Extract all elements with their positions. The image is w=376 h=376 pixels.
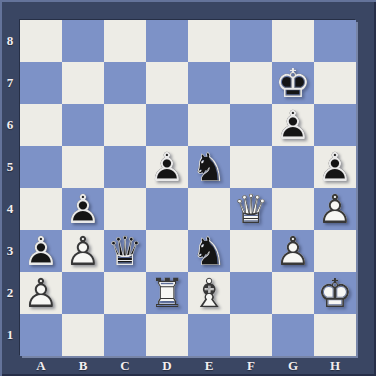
white-pawn-a2[interactable]: ♟♙	[20, 272, 62, 314]
square-g7[interactable]: ♚♔	[272, 62, 314, 104]
square-g1[interactable]	[272, 314, 314, 356]
square-a8[interactable]	[20, 20, 62, 62]
file-labels: ABCDEFGH	[20, 356, 356, 376]
square-e6[interactable]	[188, 104, 230, 146]
square-b1[interactable]	[62, 314, 104, 356]
square-f7[interactable]	[230, 62, 272, 104]
white-pawn-g3[interactable]: ♟♙	[272, 230, 314, 272]
rank-label-4: 4	[0, 188, 20, 230]
black-queen-c3[interactable]: ♛♕	[104, 230, 146, 272]
white-king-h2[interactable]: ♚♔	[314, 272, 356, 314]
square-h3[interactable]	[314, 230, 356, 272]
rank-label-3: 3	[0, 230, 20, 272]
square-b5[interactable]	[62, 146, 104, 188]
square-h4[interactable]: ♟♙	[314, 188, 356, 230]
white-bishop-e2[interactable]: ♝♗	[188, 272, 230, 314]
square-f6[interactable]	[230, 104, 272, 146]
square-c1[interactable]	[104, 314, 146, 356]
square-c4[interactable]	[104, 188, 146, 230]
square-f8[interactable]	[230, 20, 272, 62]
square-a2[interactable]: ♟♙	[20, 272, 62, 314]
square-f4[interactable]: ♛♕	[230, 188, 272, 230]
square-d2[interactable]: ♜♖	[146, 272, 188, 314]
square-a1[interactable]	[20, 314, 62, 356]
square-c6[interactable]	[104, 104, 146, 146]
white-pawn-h4[interactable]: ♟♙	[314, 188, 356, 230]
square-g3[interactable]: ♟♙	[272, 230, 314, 272]
file-label-e: E	[188, 356, 230, 376]
square-a6[interactable]	[20, 104, 62, 146]
rank-label-2: 2	[0, 272, 20, 314]
square-h6[interactable]	[314, 104, 356, 146]
square-e3[interactable]: ♞♘	[188, 230, 230, 272]
file-label-h: H	[314, 356, 356, 376]
black-king-g7[interactable]: ♚♔	[272, 62, 314, 104]
square-d3[interactable]	[146, 230, 188, 272]
square-b3[interactable]: ♟♙	[62, 230, 104, 272]
board[interactable]: ♚♔♟♙♟♙♞♘♟♙♟♙♛♕♟♙♟♙♟♙♛♕♞♘♟♙♟♙♜♖♝♗♚♔	[20, 20, 356, 356]
square-g4[interactable]	[272, 188, 314, 230]
file-label-g: G	[272, 356, 314, 376]
square-c5[interactable]	[104, 146, 146, 188]
square-b8[interactable]	[62, 20, 104, 62]
white-pawn-b3[interactable]: ♟♙	[62, 230, 104, 272]
square-e7[interactable]	[188, 62, 230, 104]
square-e2[interactable]: ♝♗	[188, 272, 230, 314]
black-pawn-a3[interactable]: ♟♙	[20, 230, 62, 272]
square-b2[interactable]	[62, 272, 104, 314]
square-f3[interactable]	[230, 230, 272, 272]
square-c7[interactable]	[104, 62, 146, 104]
square-f1[interactable]	[230, 314, 272, 356]
rank-labels: 87654321	[0, 20, 20, 356]
square-e5[interactable]: ♞♘	[188, 146, 230, 188]
square-h5[interactable]: ♟♙	[314, 146, 356, 188]
square-b4[interactable]: ♟♙	[62, 188, 104, 230]
square-g5[interactable]	[272, 146, 314, 188]
black-pawn-h5[interactable]: ♟♙	[314, 146, 356, 188]
square-c3[interactable]: ♛♕	[104, 230, 146, 272]
square-d6[interactable]	[146, 104, 188, 146]
square-d4[interactable]	[146, 188, 188, 230]
square-g8[interactable]	[272, 20, 314, 62]
file-label-a: A	[20, 356, 62, 376]
square-h7[interactable]	[314, 62, 356, 104]
square-a5[interactable]	[20, 146, 62, 188]
square-d5[interactable]: ♟♙	[146, 146, 188, 188]
white-rook-d2[interactable]: ♜♖	[146, 272, 188, 314]
square-g2[interactable]	[272, 272, 314, 314]
square-b7[interactable]	[62, 62, 104, 104]
square-c8[interactable]	[104, 20, 146, 62]
square-d8[interactable]	[146, 20, 188, 62]
square-b6[interactable]	[62, 104, 104, 146]
black-pawn-g6[interactable]: ♟♙	[272, 104, 314, 146]
rank-label-7: 7	[0, 62, 20, 104]
black-pawn-d5[interactable]: ♟♙	[146, 146, 188, 188]
square-f2[interactable]	[230, 272, 272, 314]
file-label-f: F	[230, 356, 272, 376]
black-knight-e3[interactable]: ♞♘	[188, 230, 230, 272]
square-h8[interactable]	[314, 20, 356, 62]
rank-label-6: 6	[0, 104, 20, 146]
square-g6[interactable]: ♟♙	[272, 104, 314, 146]
square-e8[interactable]	[188, 20, 230, 62]
rank-label-1: 1	[0, 314, 20, 356]
square-a4[interactable]	[20, 188, 62, 230]
square-d1[interactable]	[146, 314, 188, 356]
black-pawn-b4[interactable]: ♟♙	[62, 188, 104, 230]
square-a7[interactable]	[20, 62, 62, 104]
square-f5[interactable]	[230, 146, 272, 188]
square-h2[interactable]: ♚♔	[314, 272, 356, 314]
square-d7[interactable]	[146, 62, 188, 104]
file-label-c: C	[104, 356, 146, 376]
white-queen-f4[interactable]: ♛♕	[230, 188, 272, 230]
chess-board-frame: 87654321 ♚♔♟♙♟♙♞♘♟♙♟♙♛♕♟♙♟♙♟♙♛♕♞♘♟♙♟♙♜♖♝…	[0, 0, 376, 376]
rank-label-8: 8	[0, 20, 20, 62]
square-e4[interactable]	[188, 188, 230, 230]
file-label-d: D	[146, 356, 188, 376]
rank-label-5: 5	[0, 146, 20, 188]
square-c2[interactable]	[104, 272, 146, 314]
square-e1[interactable]	[188, 314, 230, 356]
black-knight-e5[interactable]: ♞♘	[188, 146, 230, 188]
file-label-b: B	[62, 356, 104, 376]
square-a3[interactable]: ♟♙	[20, 230, 62, 272]
square-h1[interactable]	[314, 314, 356, 356]
